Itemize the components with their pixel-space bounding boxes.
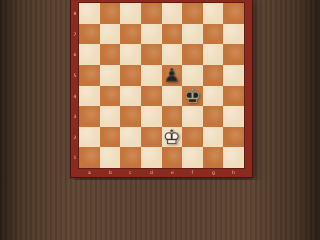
square-b8[interactable] [100, 3, 121, 24]
rank-label-6: 6 [72, 47, 78, 62]
square-b1[interactable] [100, 147, 121, 168]
file-label-a: a [82, 169, 97, 176]
file-label-h: h [226, 169, 241, 176]
rank-label-5: 5 [72, 67, 78, 82]
square-h5[interactable] [223, 65, 244, 86]
square-a7[interactable] [79, 24, 100, 45]
square-d1[interactable] [141, 147, 162, 168]
square-c2[interactable] [120, 127, 141, 148]
square-h6[interactable] [223, 44, 244, 65]
rank-label-1: 1 [72, 150, 78, 165]
square-a5[interactable] [79, 65, 100, 86]
square-d7[interactable] [141, 24, 162, 45]
piece-white-king[interactable]: ♚♔ [162, 127, 183, 148]
square-e3[interactable] [162, 106, 183, 127]
square-d2[interactable] [141, 127, 162, 148]
square-e8[interactable] [162, 3, 183, 24]
rank-label-4: 4 [72, 88, 78, 103]
square-e5[interactable]: ♟♙ [162, 65, 183, 86]
square-h4[interactable] [223, 86, 244, 107]
square-g2[interactable] [203, 127, 224, 148]
chess-board: ♟♙♚♔♚♔ 87654321abcdefgh [71, 0, 252, 177]
square-f8[interactable] [182, 3, 203, 24]
square-c8[interactable] [120, 3, 141, 24]
square-d3[interactable] [141, 106, 162, 127]
square-b5[interactable] [100, 65, 121, 86]
rank-label-3: 3 [72, 109, 78, 124]
file-label-b: b [102, 169, 117, 176]
square-b2[interactable] [100, 127, 121, 148]
square-g4[interactable] [203, 86, 224, 107]
square-a3[interactable] [79, 106, 100, 127]
square-d4[interactable] [141, 86, 162, 107]
square-a2[interactable] [79, 127, 100, 148]
square-e4[interactable] [162, 86, 183, 107]
square-f3[interactable] [182, 106, 203, 127]
square-c3[interactable] [120, 106, 141, 127]
square-b3[interactable] [100, 106, 121, 127]
rank-label-8: 8 [72, 6, 78, 21]
square-e6[interactable] [162, 44, 183, 65]
board-grid: ♟♙♚♔♚♔ [79, 3, 244, 168]
square-c1[interactable] [120, 147, 141, 168]
file-label-c: c [123, 169, 138, 176]
square-c6[interactable] [120, 44, 141, 65]
square-e1[interactable] [162, 147, 183, 168]
square-g3[interactable] [203, 106, 224, 127]
square-f6[interactable] [182, 44, 203, 65]
square-g8[interactable] [203, 3, 224, 24]
square-f7[interactable] [182, 24, 203, 45]
square-g6[interactable] [203, 44, 224, 65]
file-label-g: g [205, 169, 220, 176]
square-d6[interactable] [141, 44, 162, 65]
square-g5[interactable] [203, 65, 224, 86]
square-f2[interactable] [182, 127, 203, 148]
square-a1[interactable] [79, 147, 100, 168]
square-g1[interactable] [203, 147, 224, 168]
square-f5[interactable] [182, 65, 203, 86]
piece-black-pawn[interactable]: ♟♙ [162, 65, 183, 86]
square-a4[interactable] [79, 86, 100, 107]
square-f1[interactable] [182, 147, 203, 168]
square-b4[interactable] [100, 86, 121, 107]
rank-label-7: 7 [72, 26, 78, 41]
square-h8[interactable] [223, 3, 244, 24]
piece-black-king[interactable]: ♚♔ [182, 86, 203, 107]
square-h1[interactable] [223, 147, 244, 168]
square-a8[interactable] [79, 3, 100, 24]
square-c5[interactable] [120, 65, 141, 86]
square-d5[interactable] [141, 65, 162, 86]
square-c7[interactable] [120, 24, 141, 45]
file-label-d: d [143, 169, 158, 176]
file-label-f: f [185, 169, 200, 176]
square-c4[interactable] [120, 86, 141, 107]
square-d8[interactable] [141, 3, 162, 24]
file-label-e: e [164, 169, 179, 176]
square-e2[interactable]: ♚♔ [162, 127, 183, 148]
square-b7[interactable] [100, 24, 121, 45]
square-h2[interactable] [223, 127, 244, 148]
rank-label-2: 2 [72, 129, 78, 144]
square-h3[interactable] [223, 106, 244, 127]
square-f4[interactable]: ♚♔ [182, 86, 203, 107]
square-h7[interactable] [223, 24, 244, 45]
square-b6[interactable] [100, 44, 121, 65]
square-a6[interactable] [79, 44, 100, 65]
square-e7[interactable] [162, 24, 183, 45]
square-g7[interactable] [203, 24, 224, 45]
